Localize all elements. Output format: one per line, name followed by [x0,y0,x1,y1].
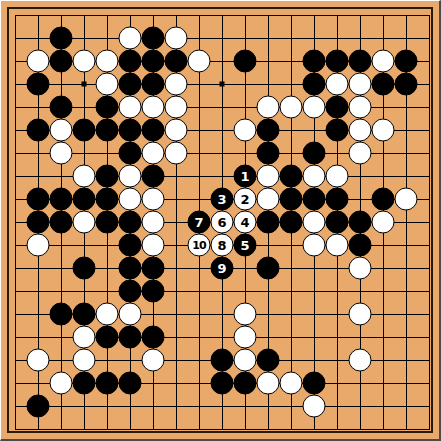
black-stone [96,326,119,349]
black-stone [73,188,96,211]
black-stone [326,50,349,73]
black-stone [280,188,303,211]
black-stone [142,257,165,280]
black-stone [96,165,119,188]
black-stone [73,119,96,142]
white-stone [372,50,395,73]
black-stone [73,372,96,395]
black-stone [211,372,234,395]
black-stone [96,211,119,234]
move-stone-4: 4 [234,211,257,234]
black-stone [257,349,280,372]
black-stone [326,119,349,142]
black-stone [303,50,326,73]
white-stone [165,119,188,142]
black-stone [349,50,372,73]
white-stone [119,188,142,211]
white-stone [73,211,96,234]
black-stone [326,96,349,119]
black-stone [96,188,119,211]
white-stone [50,372,73,395]
move-number-label: 10 [192,240,205,251]
black-stone [27,73,50,96]
white-stone [303,395,326,418]
black-stone [372,73,395,96]
white-stone [142,234,165,257]
black-stone [27,211,50,234]
black-stone [73,257,96,280]
white-stone [234,349,257,372]
white-stone [142,188,165,211]
move-number-label: 2 [240,193,249,206]
black-stone [27,188,50,211]
white-stone [73,326,96,349]
white-stone [165,96,188,119]
black-stone [234,50,257,73]
hoshi-point [82,82,87,87]
move-number-label: 9 [217,262,226,275]
black-stone [142,73,165,96]
white-stone [27,349,50,372]
move-number-label: 5 [240,239,249,252]
white-stone [96,303,119,326]
white-stone [349,73,372,96]
black-stone [119,326,142,349]
black-stone [142,280,165,303]
white-stone [27,50,50,73]
black-stone [303,73,326,96]
white-stone [372,119,395,142]
black-stone [326,188,349,211]
white-stone [372,211,395,234]
move-stone-9: 9 [211,257,234,280]
white-stone [119,165,142,188]
move-stone-3: 3 [211,188,234,211]
white-stone [257,188,280,211]
black-stone [50,211,73,234]
black-stone [257,142,280,165]
black-stone [119,119,142,142]
black-stone [50,50,73,73]
black-stone [50,96,73,119]
move-stone-2: 2 [234,188,257,211]
black-stone [303,188,326,211]
white-stone [165,142,188,165]
black-stone [27,119,50,142]
white-stone [257,372,280,395]
black-stone [27,395,50,418]
black-stone [96,96,119,119]
black-stone [165,50,188,73]
white-stone [234,119,257,142]
move-stone-5: 5 [234,234,257,257]
white-stone [349,349,372,372]
move-stone-7: 7 [188,211,211,234]
white-stone [73,349,96,372]
white-stone [349,142,372,165]
white-stone [119,96,142,119]
black-stone [119,280,142,303]
black-stone [119,372,142,395]
black-stone [142,165,165,188]
black-stone [234,372,257,395]
white-stone [349,257,372,280]
black-stone [119,142,142,165]
black-stone [142,326,165,349]
white-stone [349,119,372,142]
black-stone [257,211,280,234]
black-stone [142,27,165,50]
black-stone [395,50,418,73]
white-stone [326,73,349,96]
move-number-label: 3 [217,193,226,206]
black-stone [119,50,142,73]
white-stone [50,142,73,165]
black-stone [50,303,73,326]
black-stone [349,211,372,234]
white-stone [142,142,165,165]
white-stone [280,372,303,395]
white-stone [188,50,211,73]
white-stone [119,27,142,50]
black-stone [96,119,119,142]
white-stone [96,50,119,73]
move-number-label: 1 [240,170,249,183]
white-stone [234,303,257,326]
black-stone [280,165,303,188]
white-stone [73,50,96,73]
white-stone [395,188,418,211]
move-stone-1: 1 [234,165,257,188]
white-stone [326,234,349,257]
white-stone [142,96,165,119]
black-stone [303,142,326,165]
black-stone [372,188,395,211]
black-stone [303,372,326,395]
white-stone [234,326,257,349]
white-stone [165,73,188,96]
white-stone [73,165,96,188]
move-number-label: 8 [217,239,226,252]
white-stone [96,73,119,96]
black-stone [257,119,280,142]
white-stone [50,119,73,142]
white-stone [303,165,326,188]
black-stone [50,188,73,211]
black-stone [50,27,73,50]
white-stone [303,96,326,119]
move-number-label: 7 [194,216,203,229]
white-stone [326,165,349,188]
black-stone [119,234,142,257]
white-stone [349,303,372,326]
move-number-label: 4 [240,216,249,229]
black-stone [96,372,119,395]
black-stone [119,73,142,96]
hoshi-point [220,82,225,87]
white-stone [142,211,165,234]
black-stone [211,349,234,372]
move-number-label: 6 [217,216,226,229]
white-stone [303,234,326,257]
black-stone [395,73,418,96]
white-stone [303,211,326,234]
black-stone [349,234,372,257]
move-stone-10: 10 [188,234,211,257]
black-stone [119,211,142,234]
move-stone-8: 8 [211,234,234,257]
go-board-screenshot: 13276410859 [0,0,441,441]
black-stone [326,211,349,234]
white-stone [27,234,50,257]
black-stone [73,303,96,326]
white-stone [349,96,372,119]
black-stone [142,50,165,73]
white-stone [257,96,280,119]
move-stone-6: 6 [211,211,234,234]
black-stone [119,257,142,280]
black-stone [280,211,303,234]
white-stone [165,27,188,50]
white-stone [142,349,165,372]
black-stone [142,119,165,142]
white-stone [119,303,142,326]
white-stone [280,96,303,119]
black-stone [257,257,280,280]
white-stone [257,165,280,188]
